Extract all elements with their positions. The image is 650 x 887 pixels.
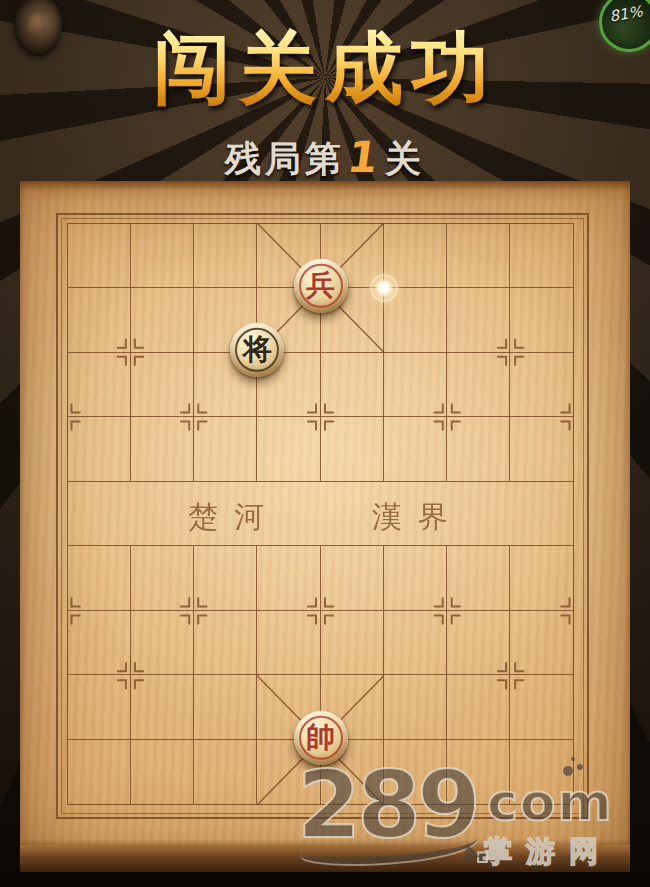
move-sparkle: [361, 265, 407, 311]
battery-percent-label: 81%: [601, 1, 650, 27]
watermark-site: 掌游网: [483, 832, 612, 872]
watermark-swoosh: [300, 823, 479, 866]
watermark-tld: com: [487, 776, 614, 828]
piece-glyph: 将: [243, 330, 272, 370]
piece-black-general[interactable]: 将: [230, 323, 284, 377]
subtitle-prefix: 残局第: [225, 138, 345, 179]
subtitle-suffix: 关: [385, 138, 425, 179]
wifi-icon: [563, 766, 573, 776]
level-number: 1: [344, 132, 385, 182]
watermark: 289 . com 掌游网: [295, 768, 650, 870]
level-subtitle: 残局第1关: [0, 131, 650, 184]
piece-red-soldier[interactable]: 兵: [294, 258, 348, 312]
piece-glyph: 兵: [306, 265, 335, 305]
page-title: 闯关成功: [0, 26, 650, 112]
level-complete-screen: 81% 闯关成功 残局第1关 楚河 漢界 兵将帥 289 . com 掌游网: [0, 0, 650, 887]
